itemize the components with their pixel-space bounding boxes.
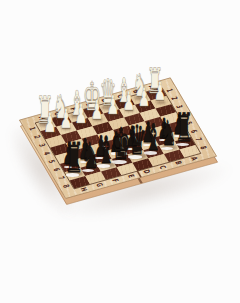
rank-label-1-left: 1: [23, 124, 42, 133]
rank-label-6-left: 6: [47, 165, 66, 174]
rank-label-4-right: 4: [175, 110, 194, 119]
rank-label-2-right: 2: [165, 94, 184, 103]
rank-label-4-left: 4: [38, 149, 57, 158]
rank-label-8-left: 8: [57, 181, 76, 190]
chess-set-product-photo: 1122334455667788HHGGFFEEDDCCBBAA ♜♞♝♛♚♝♞…: [0, 0, 240, 303]
rank-label-3-left: 3: [33, 140, 52, 149]
rank-label-2-left: 2: [28, 132, 47, 141]
rank-label-1-right: 1: [160, 86, 179, 95]
rank-label-5-left: 5: [42, 157, 61, 166]
rank-label-7-right: 7: [189, 135, 208, 144]
rank-label-5-right: 5: [180, 118, 199, 127]
rank-label-7-left: 7: [52, 173, 71, 182]
rank-label-6-right: 6: [184, 127, 203, 136]
rank-label-8-right: 8: [194, 143, 213, 152]
rank-label-3-right: 3: [170, 102, 189, 111]
